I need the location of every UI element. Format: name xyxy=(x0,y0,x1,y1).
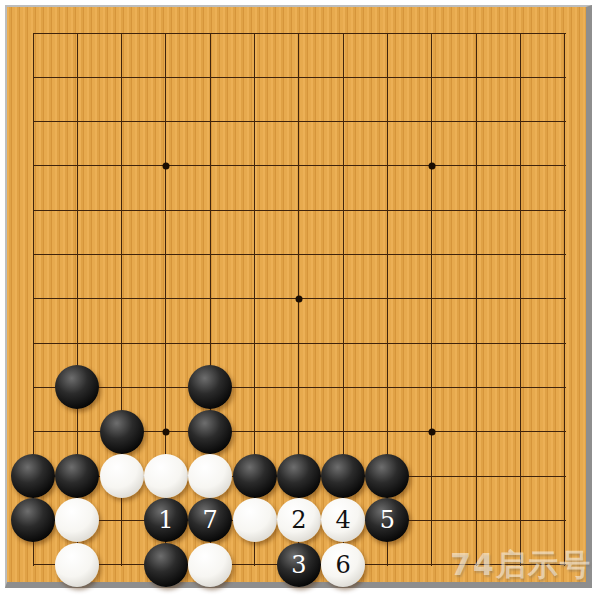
white-stone xyxy=(188,543,232,587)
move-number-label: 1 xyxy=(158,508,173,532)
black-stone-move-7: 7 xyxy=(188,498,232,542)
grid-line-vertical xyxy=(520,33,521,566)
watermark: 74启示号 xyxy=(450,545,592,586)
grid-line-horizontal xyxy=(33,121,566,122)
black-stone xyxy=(321,454,365,498)
black-stone xyxy=(277,454,321,498)
white-stone xyxy=(233,498,277,542)
move-number-label: 2 xyxy=(291,508,306,532)
white-stone xyxy=(144,454,188,498)
black-stone-move-1: 1 xyxy=(144,498,188,542)
move-number-label: 3 xyxy=(291,553,306,577)
white-stone xyxy=(55,498,99,542)
grid-line-vertical xyxy=(564,33,565,566)
grid-line-vertical xyxy=(431,33,432,566)
move-number-label: 6 xyxy=(335,553,350,577)
move-number-label: 5 xyxy=(380,508,395,532)
white-stone xyxy=(188,454,232,498)
grid-line-horizontal xyxy=(33,254,566,255)
grid-line-horizontal xyxy=(33,33,566,34)
black-stone xyxy=(55,454,99,498)
star-point xyxy=(428,428,435,435)
grid-line-horizontal xyxy=(33,387,566,388)
grid-line-horizontal xyxy=(33,77,566,78)
star-point xyxy=(295,295,302,302)
star-point xyxy=(428,162,435,169)
grid-line-horizontal xyxy=(33,165,566,166)
black-stone-move-3: 3 xyxy=(277,543,321,587)
white-stone-move-2: 2 xyxy=(277,498,321,542)
black-stone xyxy=(11,454,55,498)
black-stone xyxy=(100,410,144,454)
white-stone xyxy=(55,543,99,587)
star-point xyxy=(162,162,169,169)
black-stone xyxy=(188,410,232,454)
black-stone xyxy=(365,454,409,498)
white-stone-move-4: 4 xyxy=(321,498,365,542)
grid-line-vertical xyxy=(476,33,477,566)
black-stone xyxy=(144,543,188,587)
black-stone-move-5: 5 xyxy=(365,498,409,542)
black-stone xyxy=(233,454,277,498)
white-stone-move-6: 6 xyxy=(321,543,365,587)
grid-line-horizontal xyxy=(33,343,566,344)
black-stone xyxy=(55,365,99,409)
black-stone xyxy=(188,365,232,409)
grid-line-horizontal xyxy=(33,210,566,211)
move-number-label: 4 xyxy=(335,508,350,532)
go-diagram: 1724536 74启示号 xyxy=(0,0,600,600)
move-number-label: 7 xyxy=(203,508,218,532)
white-stone xyxy=(100,454,144,498)
star-point xyxy=(162,428,169,435)
board-layer: 1724536 xyxy=(0,0,600,600)
black-stone xyxy=(11,498,55,542)
